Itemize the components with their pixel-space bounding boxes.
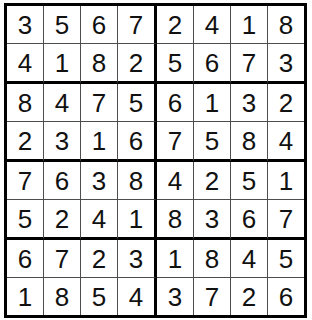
cell-r6c3[interactable]: 4 <box>81 200 118 240</box>
cell-r1c6[interactable]: 4 <box>194 6 231 44</box>
cell-r2c6[interactable]: 6 <box>194 44 231 84</box>
cell-r4c7[interactable]: 8 <box>231 122 268 162</box>
cell-r3c8[interactable]: 2 <box>268 84 304 122</box>
cell-r2c1[interactable]: 4 <box>7 44 44 84</box>
cell-r5c4[interactable]: 8 <box>118 162 157 200</box>
cell-r6c5[interactable]: 8 <box>157 200 194 240</box>
cell-r8c7[interactable]: 2 <box>231 278 268 315</box>
cell-r7c2[interactable]: 7 <box>44 240 81 278</box>
cell-r3c7[interactable]: 3 <box>231 84 268 122</box>
cell-r1c5[interactable]: 2 <box>157 6 194 44</box>
cell-r8c8[interactable]: 6 <box>268 278 304 315</box>
cell-r7c1[interactable]: 6 <box>7 240 44 278</box>
cell-r5c1[interactable]: 7 <box>7 162 44 200</box>
cell-r3c2[interactable]: 4 <box>44 84 81 122</box>
cell-r1c4[interactable]: 7 <box>118 6 157 44</box>
cell-r3c4[interactable]: 5 <box>118 84 157 122</box>
cell-r5c7[interactable]: 5 <box>231 162 268 200</box>
cell-r4c3[interactable]: 1 <box>81 122 118 162</box>
cell-r1c1[interactable]: 3 <box>7 6 44 44</box>
cell-r7c6[interactable]: 8 <box>194 240 231 278</box>
board-wrapper: 3567241841825673847561322316758476384251… <box>0 0 312 318</box>
cell-r7c4[interactable]: 3 <box>118 240 157 278</box>
cell-r6c7[interactable]: 6 <box>231 200 268 240</box>
cell-r8c4[interactable]: 4 <box>118 278 157 315</box>
cell-r6c1[interactable]: 5 <box>7 200 44 240</box>
cell-r2c2[interactable]: 1 <box>44 44 81 84</box>
cell-r2c7[interactable]: 7 <box>231 44 268 84</box>
cell-r6c6[interactable]: 3 <box>194 200 231 240</box>
cell-r4c4[interactable]: 6 <box>118 122 157 162</box>
cell-r2c4[interactable]: 2 <box>118 44 157 84</box>
cell-r4c1[interactable]: 2 <box>7 122 44 162</box>
cell-r7c7[interactable]: 4 <box>231 240 268 278</box>
cell-r5c6[interactable]: 2 <box>194 162 231 200</box>
cell-r4c8[interactable]: 4 <box>268 122 304 162</box>
cell-r1c8[interactable]: 8 <box>268 6 304 44</box>
cell-r8c1[interactable]: 1 <box>7 278 44 315</box>
cell-r3c3[interactable]: 7 <box>81 84 118 122</box>
cell-r5c2[interactable]: 6 <box>44 162 81 200</box>
cell-r1c3[interactable]: 6 <box>81 6 118 44</box>
cell-r8c5[interactable]: 3 <box>157 278 194 315</box>
cell-r5c3[interactable]: 3 <box>81 162 118 200</box>
cell-r5c5[interactable]: 4 <box>157 162 194 200</box>
cell-r1c2[interactable]: 5 <box>44 6 81 44</box>
cell-r4c5[interactable]: 7 <box>157 122 194 162</box>
cell-r6c2[interactable]: 2 <box>44 200 81 240</box>
cell-r5c8[interactable]: 1 <box>268 162 304 200</box>
cell-r4c6[interactable]: 5 <box>194 122 231 162</box>
cell-r3c6[interactable]: 1 <box>194 84 231 122</box>
cell-r2c8[interactable]: 3 <box>268 44 304 84</box>
cell-r8c6[interactable]: 7 <box>194 278 231 315</box>
cell-r6c4[interactable]: 1 <box>118 200 157 240</box>
cell-r3c1[interactable]: 8 <box>7 84 44 122</box>
cell-r7c8[interactable]: 5 <box>268 240 304 278</box>
sudoku-board: 3567241841825673847561322316758476384251… <box>4 3 307 318</box>
cell-r7c3[interactable]: 2 <box>81 240 118 278</box>
cell-r7c5[interactable]: 1 <box>157 240 194 278</box>
cell-r2c3[interactable]: 8 <box>81 44 118 84</box>
cell-r8c3[interactable]: 5 <box>81 278 118 315</box>
cell-r6c8[interactable]: 7 <box>268 200 304 240</box>
cell-r8c2[interactable]: 8 <box>44 278 81 315</box>
cell-r3c5[interactable]: 6 <box>157 84 194 122</box>
cell-r4c2[interactable]: 3 <box>44 122 81 162</box>
cell-r1c7[interactable]: 1 <box>231 6 268 44</box>
cell-r2c5[interactable]: 5 <box>157 44 194 84</box>
